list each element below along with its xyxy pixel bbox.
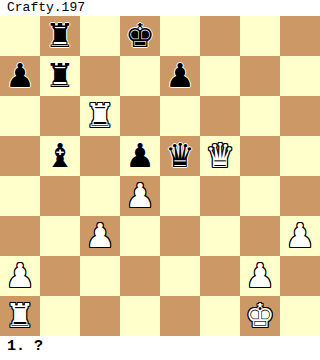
square-h1[interactable]: [280, 296, 320, 336]
square-h7[interactable]: [280, 56, 320, 96]
square-e1[interactable]: [160, 296, 200, 336]
square-c2[interactable]: [80, 256, 120, 296]
square-a8[interactable]: [0, 16, 40, 56]
square-g6[interactable]: [240, 96, 280, 136]
square-f1[interactable]: [200, 296, 240, 336]
square-d8[interactable]: ♚: [120, 16, 160, 56]
white-pawn: ♟: [285, 216, 315, 256]
white-rook: ♜: [85, 96, 115, 136]
white-king: ♚: [245, 296, 275, 336]
square-e7[interactable]: ♟: [160, 56, 200, 96]
black-rook: ♜: [45, 16, 75, 56]
black-pawn: ♟: [125, 136, 155, 176]
square-d2[interactable]: [120, 256, 160, 296]
square-c6[interactable]: ♜: [80, 96, 120, 136]
square-b8[interactable]: ♜: [40, 16, 80, 56]
square-e5[interactable]: ♛: [160, 136, 200, 176]
square-g5[interactable]: [240, 136, 280, 176]
square-e3[interactable]: [160, 216, 200, 256]
square-c7[interactable]: [80, 56, 120, 96]
square-g1[interactable]: ♚: [240, 296, 280, 336]
square-h3[interactable]: ♟: [280, 216, 320, 256]
white-pawn: ♟: [85, 216, 115, 256]
square-d7[interactable]: [120, 56, 160, 96]
square-h5[interactable]: [280, 136, 320, 176]
square-a1[interactable]: ♜: [0, 296, 40, 336]
white-pawn: ♟: [5, 256, 35, 296]
square-d6[interactable]: [120, 96, 160, 136]
square-a5[interactable]: [0, 136, 40, 176]
square-f4[interactable]: [200, 176, 240, 216]
square-h4[interactable]: [280, 176, 320, 216]
black-queen: ♛: [165, 136, 195, 176]
square-e4[interactable]: [160, 176, 200, 216]
square-b2[interactable]: [40, 256, 80, 296]
square-f8[interactable]: [200, 16, 240, 56]
square-c5[interactable]: [80, 136, 120, 176]
white-pawn: ♟: [245, 256, 275, 296]
square-d5[interactable]: ♟: [120, 136, 160, 176]
square-b4[interactable]: [40, 176, 80, 216]
black-rook: ♜: [45, 56, 75, 96]
square-e2[interactable]: [160, 256, 200, 296]
white-pawn: ♟: [125, 176, 155, 216]
move-prompt: 1. ?: [0, 336, 320, 360]
square-f2[interactable]: [200, 256, 240, 296]
square-c4[interactable]: [80, 176, 120, 216]
square-h2[interactable]: [280, 256, 320, 296]
window-title: Crafty.197: [0, 0, 320, 16]
square-d3[interactable]: [120, 216, 160, 256]
black-bishop: ♝: [45, 136, 75, 176]
white-rook: ♜: [5, 296, 35, 336]
square-g4[interactable]: [240, 176, 280, 216]
chess-app-window: Crafty.197 ♜♚♟♜♟♜♝♟♛♛♟♟♟♟♟♜♚ 1. ?: [0, 0, 320, 360]
square-c8[interactable]: [80, 16, 120, 56]
square-g2[interactable]: ♟: [240, 256, 280, 296]
black-king: ♚: [125, 16, 155, 56]
square-f3[interactable]: [200, 216, 240, 256]
chess-board: ♜♚♟♜♟♜♝♟♛♛♟♟♟♟♟♜♚: [0, 16, 320, 336]
square-d1[interactable]: [120, 296, 160, 336]
square-d4[interactable]: ♟: [120, 176, 160, 216]
square-c3[interactable]: ♟: [80, 216, 120, 256]
square-b5[interactable]: ♝: [40, 136, 80, 176]
black-pawn: ♟: [5, 56, 35, 96]
square-g8[interactable]: [240, 16, 280, 56]
square-g7[interactable]: [240, 56, 280, 96]
square-h8[interactable]: [280, 16, 320, 56]
square-a7[interactable]: ♟: [0, 56, 40, 96]
black-pawn: ♟: [165, 56, 195, 96]
square-a4[interactable]: [0, 176, 40, 216]
square-h6[interactable]: [280, 96, 320, 136]
square-b6[interactable]: [40, 96, 80, 136]
square-b1[interactable]: [40, 296, 80, 336]
square-f5[interactable]: ♛: [200, 136, 240, 176]
white-queen: ♛: [205, 136, 235, 176]
square-f6[interactable]: [200, 96, 240, 136]
square-a3[interactable]: [0, 216, 40, 256]
square-e8[interactable]: [160, 16, 200, 56]
square-b7[interactable]: ♜: [40, 56, 80, 96]
square-a2[interactable]: ♟: [0, 256, 40, 296]
square-a6[interactable]: [0, 96, 40, 136]
square-g3[interactable]: [240, 216, 280, 256]
square-c1[interactable]: [80, 296, 120, 336]
square-f7[interactable]: [200, 56, 240, 96]
square-b3[interactable]: [40, 216, 80, 256]
square-e6[interactable]: [160, 96, 200, 136]
